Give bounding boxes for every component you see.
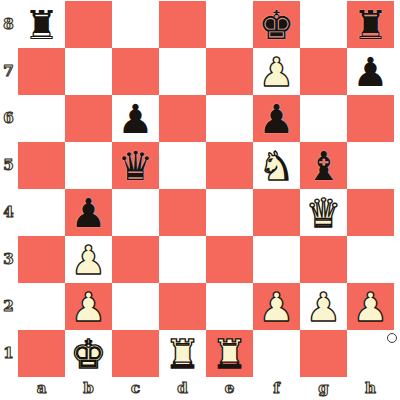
white-pawn-b2[interactable]: ♟ [65, 283, 112, 330]
rank-label-6: 6 [0, 95, 17, 142]
square-d1[interactable]: ♜ [159, 330, 206, 377]
rank-label-1: 1 [0, 330, 17, 377]
square-b7[interactable] [65, 48, 112, 95]
square-a2[interactable] [18, 283, 65, 330]
white-pawn-g2[interactable]: ♟ [300, 283, 347, 330]
square-b6[interactable] [65, 95, 112, 142]
file-label-a: a [18, 377, 65, 399]
square-d2[interactable] [159, 283, 206, 330]
chess-diagram: ♜♚♜♟♟♟♟♛♞♝♟♛♟♟♟♟♟♚♜♜ 87654321 abcdefgh [0, 0, 400, 400]
black-rook-h8[interactable]: ♜ [347, 1, 394, 48]
square-f3[interactable] [253, 236, 300, 283]
black-rook-a8[interactable]: ♜ [18, 1, 65, 48]
square-h4[interactable] [347, 189, 394, 236]
square-g5[interactable]: ♝ [300, 142, 347, 189]
square-d8[interactable] [159, 1, 206, 48]
square-b2[interactable]: ♟ [65, 283, 112, 330]
file-label-c: c [112, 377, 159, 399]
black-pawn-f6[interactable]: ♟ [253, 95, 300, 142]
square-g6[interactable] [300, 95, 347, 142]
square-e6[interactable] [206, 95, 253, 142]
black-queen-c5[interactable]: ♛ [112, 142, 159, 189]
file-label-g: g [300, 377, 347, 399]
square-d4[interactable] [159, 189, 206, 236]
square-b4[interactable]: ♟ [65, 189, 112, 236]
square-h8[interactable]: ♜ [347, 1, 394, 48]
black-king-f8[interactable]: ♚ [253, 1, 300, 48]
square-f4[interactable] [253, 189, 300, 236]
square-h6[interactable] [347, 95, 394, 142]
square-g2[interactable]: ♟ [300, 283, 347, 330]
file-label-b: b [65, 377, 112, 399]
rank-label-8: 8 [0, 1, 17, 48]
white-king-b1[interactable]: ♚ [65, 330, 112, 377]
white-pawn-f2[interactable]: ♟ [253, 283, 300, 330]
rank-label-4: 4 [0, 189, 17, 236]
square-h3[interactable] [347, 236, 394, 283]
black-pawn-b4[interactable]: ♟ [65, 189, 112, 236]
square-b1[interactable]: ♚ [65, 330, 112, 377]
square-a6[interactable] [18, 95, 65, 142]
square-g8[interactable] [300, 1, 347, 48]
square-a4[interactable] [18, 189, 65, 236]
square-a3[interactable] [18, 236, 65, 283]
file-label-h: h [347, 377, 394, 399]
square-d5[interactable] [159, 142, 206, 189]
square-c8[interactable] [112, 1, 159, 48]
square-b3[interactable]: ♟ [65, 236, 112, 283]
square-c3[interactable] [112, 236, 159, 283]
black-bishop-g5[interactable]: ♝ [300, 142, 347, 189]
white-to-move-indicator [387, 333, 397, 343]
rank-label-3: 3 [0, 236, 17, 283]
white-knight-f5[interactable]: ♞ [253, 142, 300, 189]
square-h5[interactable] [347, 142, 394, 189]
square-f7[interactable]: ♟ [253, 48, 300, 95]
white-pawn-f7[interactable]: ♟ [253, 48, 300, 95]
square-f8[interactable]: ♚ [253, 1, 300, 48]
rank-label-2: 2 [0, 283, 17, 330]
rank-label-5: 5 [0, 142, 17, 189]
square-d3[interactable] [159, 236, 206, 283]
square-g1[interactable] [300, 330, 347, 377]
square-e1[interactable]: ♜ [206, 330, 253, 377]
black-pawn-h7[interactable]: ♟ [347, 48, 394, 95]
square-e4[interactable] [206, 189, 253, 236]
white-queen-g4[interactable]: ♛ [300, 189, 347, 236]
square-e8[interactable] [206, 1, 253, 48]
square-f1[interactable] [253, 330, 300, 377]
square-e3[interactable] [206, 236, 253, 283]
file-label-f: f [253, 377, 300, 399]
square-a7[interactable] [18, 48, 65, 95]
square-e2[interactable] [206, 283, 253, 330]
black-pawn-c6[interactable]: ♟ [112, 95, 159, 142]
square-a5[interactable] [18, 142, 65, 189]
square-c6[interactable]: ♟ [112, 95, 159, 142]
white-rook-d1[interactable]: ♜ [159, 330, 206, 377]
square-f5[interactable]: ♞ [253, 142, 300, 189]
square-a1[interactable] [18, 330, 65, 377]
square-c2[interactable] [112, 283, 159, 330]
square-g7[interactable] [300, 48, 347, 95]
square-b8[interactable] [65, 1, 112, 48]
square-f2[interactable]: ♟ [253, 283, 300, 330]
square-d6[interactable] [159, 95, 206, 142]
square-d7[interactable] [159, 48, 206, 95]
square-c4[interactable] [112, 189, 159, 236]
square-g4[interactable]: ♛ [300, 189, 347, 236]
white-rook-e1[interactable]: ♜ [206, 330, 253, 377]
square-h2[interactable]: ♟ [347, 283, 394, 330]
square-g3[interactable] [300, 236, 347, 283]
square-h7[interactable]: ♟ [347, 48, 394, 95]
square-a8[interactable]: ♜ [18, 1, 65, 48]
square-b5[interactable] [65, 142, 112, 189]
file-label-d: d [159, 377, 206, 399]
square-c5[interactable]: ♛ [112, 142, 159, 189]
white-pawn-h2[interactable]: ♟ [347, 283, 394, 330]
file-label-e: e [206, 377, 253, 399]
rank-label-7: 7 [0, 48, 17, 95]
white-pawn-b3[interactable]: ♟ [65, 236, 112, 283]
square-f6[interactable]: ♟ [253, 95, 300, 142]
square-c1[interactable] [112, 330, 159, 377]
chess-board: ♜♚♜♟♟♟♟♛♞♝♟♛♟♟♟♟♟♚♜♜ [18, 1, 394, 377]
square-e7[interactable] [206, 48, 253, 95]
square-e5[interactable] [206, 142, 253, 189]
square-c7[interactable] [112, 48, 159, 95]
